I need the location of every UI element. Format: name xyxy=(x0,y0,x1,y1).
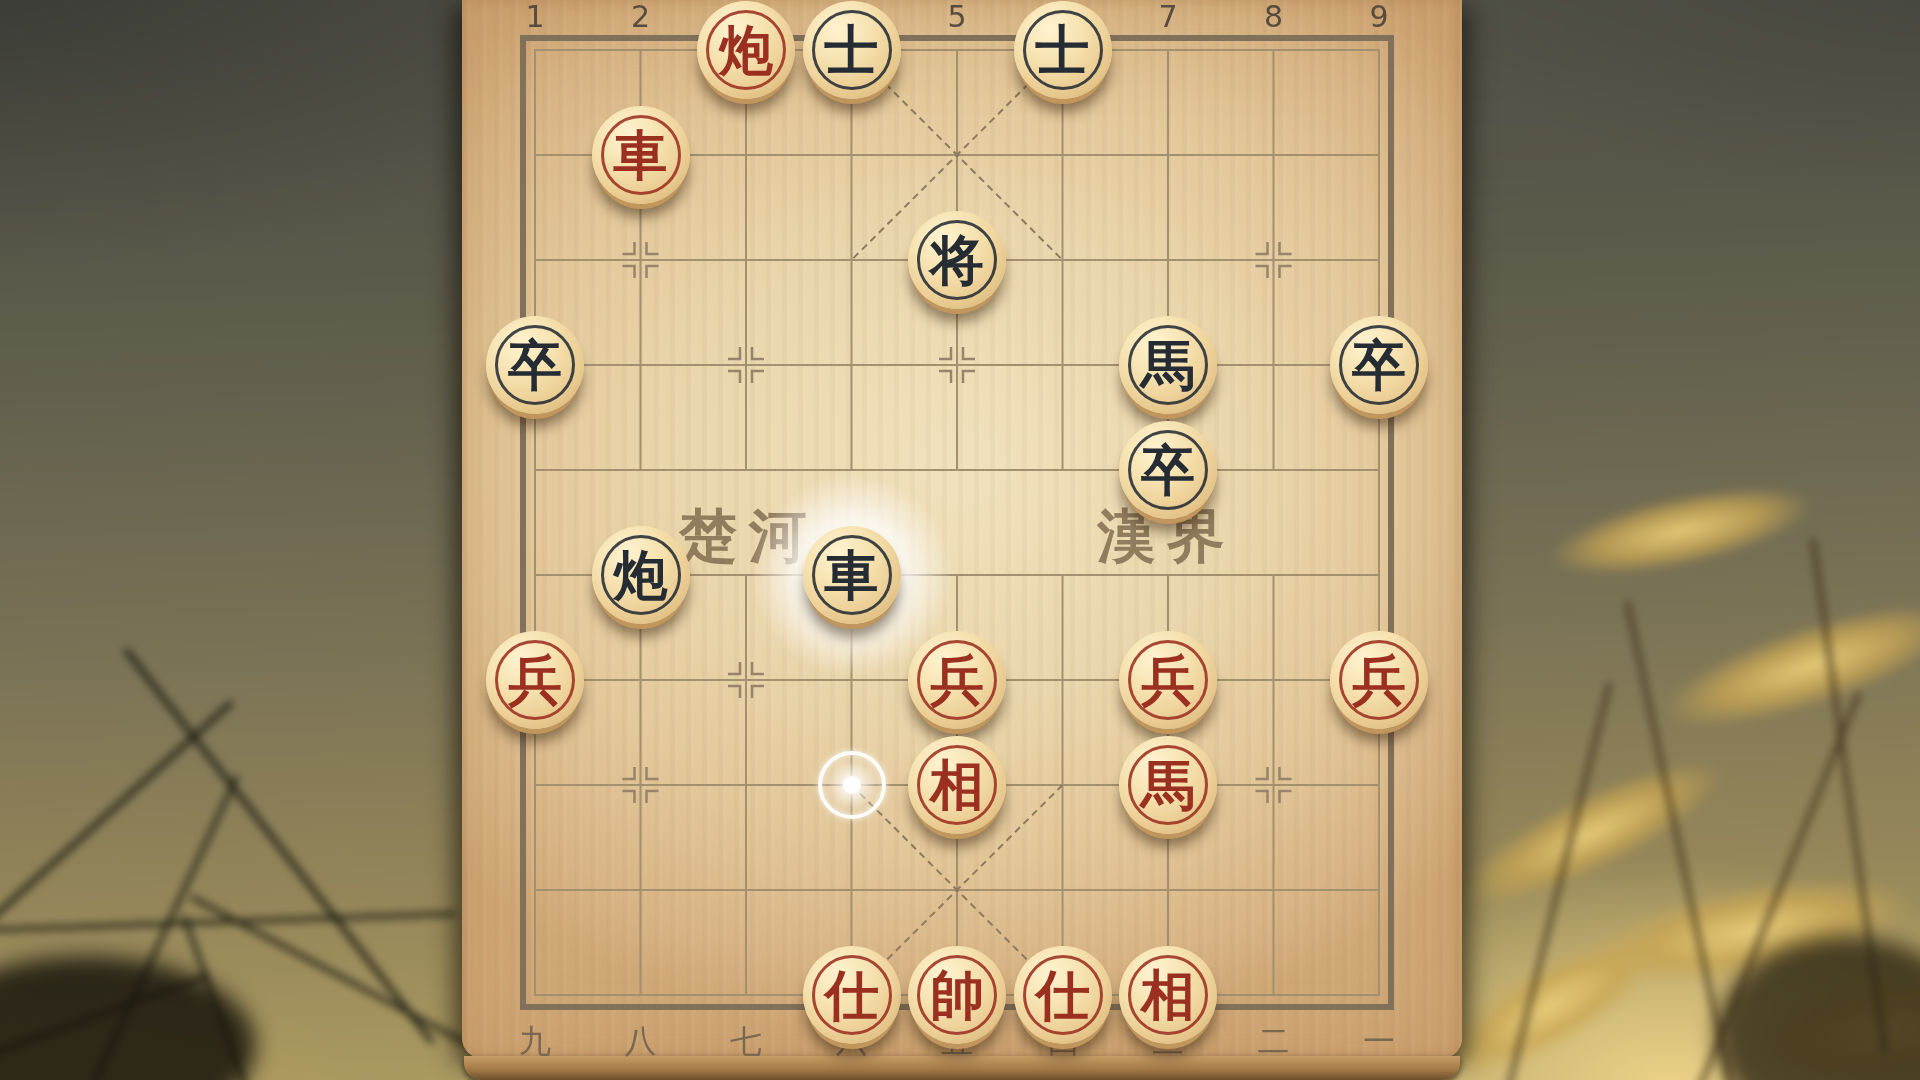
piece-red-general[interactable]: 帥 xyxy=(908,946,1006,1044)
piece-glyph: 相 xyxy=(930,758,984,812)
piece-glyph: 車 xyxy=(825,548,879,602)
piece-glyph: 兵 xyxy=(1141,653,1195,707)
move-source-dot xyxy=(843,776,861,794)
piece-black-general[interactable]: 将 xyxy=(908,211,1006,309)
file-label-一: 一 xyxy=(1363,1020,1395,1064)
piece-glyph: 卒 xyxy=(1352,338,1406,392)
piece-glyph: 馬 xyxy=(1141,758,1195,812)
piece-black-cannon[interactable]: 炮 xyxy=(592,526,690,624)
file-label-5: 5 xyxy=(947,0,966,34)
piece-glyph: 仕 xyxy=(825,968,879,1022)
file-label-7: 7 xyxy=(1158,0,1177,34)
xiangqi-board[interactable]: 楚河 漢界 123456789 九八七六五四三二一 炮士士車将卒馬卒卒炮車兵兵兵… xyxy=(462,0,1462,1080)
file-label-9: 9 xyxy=(1369,0,1388,34)
piece-black-horse[interactable]: 馬 xyxy=(1119,316,1217,414)
piece-black-advisor[interactable]: 士 xyxy=(803,1,901,99)
piece-glyph: 相 xyxy=(1141,968,1195,1022)
piece-glyph: 卒 xyxy=(508,338,562,392)
file-label-九: 九 xyxy=(519,1020,551,1064)
piece-red-advisor[interactable]: 仕 xyxy=(1014,946,1112,1044)
piece-glyph: 兵 xyxy=(930,653,984,707)
piece-red-soldier[interactable]: 兵 xyxy=(1330,631,1428,729)
file-label-1: 1 xyxy=(525,0,544,34)
piece-glyph: 炮 xyxy=(614,548,668,602)
piece-red-soldier[interactable]: 兵 xyxy=(1119,631,1217,729)
piece-red-chariot[interactable]: 車 xyxy=(592,106,690,204)
piece-red-soldier[interactable]: 兵 xyxy=(486,631,584,729)
piece-glyph: 士 xyxy=(1036,23,1090,77)
piece-glyph: 将 xyxy=(930,233,984,287)
piece-red-elephant[interactable]: 相 xyxy=(908,736,1006,834)
piece-red-cannon[interactable]: 炮 xyxy=(697,1,795,99)
file-label-二: 二 xyxy=(1258,1020,1290,1064)
piece-black-soldier[interactable]: 卒 xyxy=(1119,421,1217,519)
piece-glyph: 炮 xyxy=(719,23,773,77)
file-label-2: 2 xyxy=(631,0,650,34)
file-label-七: 七 xyxy=(730,1020,762,1064)
piece-glyph: 卒 xyxy=(1141,443,1195,497)
piece-glyph: 士 xyxy=(825,23,879,77)
piece-black-chariot[interactable]: 車 xyxy=(803,526,901,624)
piece-glyph: 帥 xyxy=(930,968,984,1022)
piece-glyph: 仕 xyxy=(1036,968,1090,1022)
piece-black-soldier[interactable]: 卒 xyxy=(486,316,584,414)
piece-black-advisor[interactable]: 士 xyxy=(1014,1,1112,99)
piece-red-advisor[interactable]: 仕 xyxy=(803,946,901,1044)
piece-glyph: 兵 xyxy=(508,653,562,707)
piece-red-horse[interactable]: 馬 xyxy=(1119,736,1217,834)
piece-red-soldier[interactable]: 兵 xyxy=(908,631,1006,729)
file-label-8: 8 xyxy=(1264,0,1283,34)
piece-glyph: 馬 xyxy=(1141,338,1195,392)
piece-glyph: 兵 xyxy=(1352,653,1406,707)
move-source-marker xyxy=(818,751,886,819)
piece-red-elephant[interactable]: 相 xyxy=(1119,946,1217,1044)
piece-glyph: 車 xyxy=(614,128,668,182)
file-label-八: 八 xyxy=(625,1020,657,1064)
piece-black-soldier[interactable]: 卒 xyxy=(1330,316,1428,414)
